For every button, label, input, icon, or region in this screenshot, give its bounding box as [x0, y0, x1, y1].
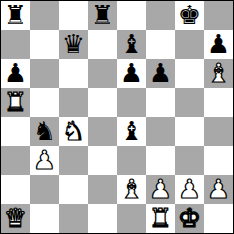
square-e1[interactable]: [117, 204, 146, 233]
square-e5[interactable]: [117, 88, 146, 117]
black-queen-piece[interactable]: ♛: [62, 31, 85, 57]
square-a3[interactable]: [1, 146, 30, 175]
black-bishop-piece[interactable]: ♝: [120, 31, 143, 57]
black-pawn-piece[interactable]: ♟: [120, 60, 143, 86]
square-b7[interactable]: [30, 30, 59, 59]
square-h4[interactable]: [204, 117, 233, 146]
square-d3[interactable]: [88, 146, 117, 175]
black-pawn-piece[interactable]: ♟: [149, 60, 172, 86]
square-b3[interactable]: ♟: [30, 146, 59, 175]
square-b2[interactable]: [30, 175, 59, 204]
square-g3[interactable]: [175, 146, 204, 175]
white-knight-piece[interactable]: ♞: [62, 118, 85, 144]
square-c4[interactable]: ♞: [59, 117, 88, 146]
square-h3[interactable]: [204, 146, 233, 175]
square-d1[interactable]: [88, 204, 117, 233]
square-b4[interactable]: ♞: [30, 117, 59, 146]
black-king-piece[interactable]: ♚: [178, 2, 201, 28]
square-h8[interactable]: [204, 1, 233, 30]
square-g1[interactable]: ♚: [175, 204, 204, 233]
square-d4[interactable]: [88, 117, 117, 146]
white-king-piece[interactable]: ♚: [178, 205, 201, 231]
square-f2[interactable]: ♟: [146, 175, 175, 204]
white-queen-piece[interactable]: ♛: [4, 205, 27, 231]
square-e3[interactable]: [117, 146, 146, 175]
square-f8[interactable]: [146, 1, 175, 30]
square-f3[interactable]: [146, 146, 175, 175]
square-d2[interactable]: [88, 175, 117, 204]
square-d5[interactable]: [88, 88, 117, 117]
square-b6[interactable]: [30, 59, 59, 88]
square-d7[interactable]: [88, 30, 117, 59]
square-a1[interactable]: ♛: [1, 204, 30, 233]
square-a2[interactable]: [1, 175, 30, 204]
white-pawn-piece[interactable]: ♟: [178, 176, 201, 202]
square-b1[interactable]: [30, 204, 59, 233]
square-c6[interactable]: [59, 59, 88, 88]
square-h2[interactable]: ♟: [204, 175, 233, 204]
square-e4[interactable]: ♝: [117, 117, 146, 146]
square-c5[interactable]: [59, 88, 88, 117]
black-knight-piece[interactable]: ♞: [33, 118, 56, 144]
square-h7[interactable]: ♟: [204, 30, 233, 59]
square-a6[interactable]: ♟: [1, 59, 30, 88]
square-f4[interactable]: [146, 117, 175, 146]
square-e6[interactable]: ♟: [117, 59, 146, 88]
square-g6[interactable]: [175, 59, 204, 88]
square-f1[interactable]: ♜: [146, 204, 175, 233]
square-c3[interactable]: [59, 146, 88, 175]
square-d6[interactable]: [88, 59, 117, 88]
square-a7[interactable]: [1, 30, 30, 59]
square-c7[interactable]: ♛: [59, 30, 88, 59]
square-a5[interactable]: ♜: [1, 88, 30, 117]
square-d8[interactable]: ♜: [88, 1, 117, 30]
square-h5[interactable]: [204, 88, 233, 117]
square-b8[interactable]: [30, 1, 59, 30]
square-g2[interactable]: ♟: [175, 175, 204, 204]
square-g4[interactable]: [175, 117, 204, 146]
square-e7[interactable]: ♝: [117, 30, 146, 59]
black-pawn-piece[interactable]: ♟: [207, 31, 230, 57]
white-pawn-piece[interactable]: ♟: [207, 176, 230, 202]
square-c1[interactable]: [59, 204, 88, 233]
white-pawn-piece[interactable]: ♟: [33, 147, 56, 173]
square-h1[interactable]: [204, 204, 233, 233]
square-g8[interactable]: ♚: [175, 1, 204, 30]
black-bishop-piece[interactable]: ♝: [120, 118, 143, 144]
square-e2[interactable]: ♝: [117, 175, 146, 204]
square-f6[interactable]: ♟: [146, 59, 175, 88]
white-bishop-piece[interactable]: ♝: [207, 60, 230, 86]
white-rook-piece[interactable]: ♜: [149, 205, 172, 231]
square-c8[interactable]: [59, 1, 88, 30]
square-e8[interactable]: [117, 1, 146, 30]
black-rook-piece[interactable]: ♜: [4, 2, 27, 28]
square-h6[interactable]: ♝: [204, 59, 233, 88]
square-f7[interactable]: [146, 30, 175, 59]
square-g5[interactable]: [175, 88, 204, 117]
square-b5[interactable]: [30, 88, 59, 117]
black-pawn-piece[interactable]: ♟: [4, 60, 27, 86]
square-a4[interactable]: [1, 117, 30, 146]
square-g7[interactable]: [175, 30, 204, 59]
chess-board: ♜♜♚♛♝♟♟♟♟♝♜♞♞♝♟♝♟♟♟♛♜♚: [0, 0, 234, 234]
white-bishop-piece[interactable]: ♝: [120, 176, 143, 202]
square-f5[interactable]: [146, 88, 175, 117]
white-pawn-piece[interactable]: ♟: [149, 176, 172, 202]
square-a8[interactable]: ♜: [1, 1, 30, 30]
square-c2[interactable]: [59, 175, 88, 204]
white-rook-piece[interactable]: ♜: [4, 89, 27, 115]
black-rook-piece[interactable]: ♜: [91, 2, 114, 28]
